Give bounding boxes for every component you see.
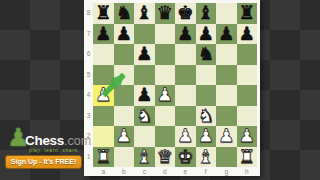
square-b5[interactable]: [114, 65, 135, 86]
chesscom-branding: ♟ Chess.com play. learn. share. Sign Up …: [4, 124, 84, 180]
white-bishop: ♝: [197, 147, 214, 168]
white-king: ♚: [177, 147, 194, 168]
square-d1[interactable]: ♛: [155, 147, 176, 168]
black-rook: ♜: [95, 3, 112, 24]
square-f3[interactable]: ♞: [196, 106, 217, 127]
brand-tagline: play. learn. share.: [29, 147, 80, 153]
white-knight: ♞: [197, 106, 214, 127]
square-e8[interactable]: ♚: [175, 3, 196, 24]
white-pawn: ♟: [177, 126, 194, 147]
square-b3[interactable]: [114, 106, 135, 127]
white-rook: ♜: [95, 147, 112, 168]
square-g7[interactable]: ♟: [216, 24, 237, 45]
rank-label-3: 3: [84, 106, 93, 127]
square-e6[interactable]: [175, 44, 196, 65]
square-d8[interactable]: ♛: [155, 3, 176, 24]
signup-button[interactable]: Sign Up - It's FREE!: [5, 155, 82, 169]
square-b1[interactable]: [114, 147, 135, 168]
brand-chess-text: Chess: [25, 133, 64, 148]
square-d3[interactable]: [155, 106, 176, 127]
square-d7[interactable]: [155, 24, 176, 45]
square-f8[interactable]: ♝: [196, 3, 217, 24]
square-h6[interactable]: [237, 44, 258, 65]
white-pawn: ♟: [238, 126, 255, 147]
square-h2[interactable]: ♟: [237, 126, 258, 147]
square-d6[interactable]: [155, 44, 176, 65]
white-pawn: ♟: [218, 126, 235, 147]
square-c7[interactable]: [134, 24, 155, 45]
rank-label-6: 6: [84, 44, 93, 65]
square-c4[interactable]: ♟: [134, 85, 155, 106]
white-pawn: ♟: [156, 85, 173, 106]
square-c8[interactable]: ♝: [134, 3, 155, 24]
square-a8[interactable]: ♜: [93, 3, 114, 24]
board-squares: ♜♞♝♛♚♝♜♟♟♟♟♟♟♟♞♟♟♟♞♞♟♟♟♟♟♜♝♛♚♝♜: [93, 3, 257, 167]
square-d4[interactable]: ♟: [155, 85, 176, 106]
square-c5[interactable]: [134, 65, 155, 86]
square-g1[interactable]: [216, 147, 237, 168]
video-frame: 87654321 ♜♞♝♛♚♝♜♟♟♟♟♟♟♟♞♟♟♟♞♞♟♟♟♟♟♜♝♛♚♝♜…: [0, 0, 320, 180]
black-pawn: ♟: [95, 24, 112, 45]
black-queen: ♛: [156, 3, 173, 24]
square-h1[interactable]: ♜: [237, 147, 258, 168]
square-b4[interactable]: [114, 85, 135, 106]
square-c1[interactable]: ♝: [134, 147, 155, 168]
white-pawn: ♟: [95, 85, 112, 106]
white-pawn: ♟: [197, 126, 214, 147]
square-a7[interactable]: ♟: [93, 24, 114, 45]
file-label-e: e: [175, 167, 196, 176]
white-rook: ♜: [238, 147, 255, 168]
file-label-b: b: [114, 167, 135, 176]
square-f6[interactable]: ♞: [196, 44, 217, 65]
square-a2[interactable]: [93, 126, 114, 147]
square-f2[interactable]: ♟: [196, 126, 217, 147]
black-pawn: ♟: [115, 24, 132, 45]
square-e2[interactable]: ♟: [175, 126, 196, 147]
square-b6[interactable]: [114, 44, 135, 65]
square-a6[interactable]: [93, 44, 114, 65]
black-knight: ♞: [197, 44, 214, 65]
square-h7[interactable]: ♟: [237, 24, 258, 45]
square-a1[interactable]: ♜: [93, 147, 114, 168]
square-b7[interactable]: ♟: [114, 24, 135, 45]
black-knight: ♞: [115, 3, 132, 24]
black-king: ♚: [177, 3, 194, 24]
white-pawn: ♟: [115, 126, 132, 147]
square-g6[interactable]: [216, 44, 237, 65]
file-labels: abcdefgh: [93, 167, 257, 176]
square-g5[interactable]: [216, 65, 237, 86]
white-bishop: ♝: [136, 147, 153, 168]
file-label-g: g: [216, 167, 237, 176]
square-f5[interactable]: [196, 65, 217, 86]
square-f7[interactable]: ♟: [196, 24, 217, 45]
brand-com-text: .com: [64, 134, 91, 148]
file-label-h: h: [237, 167, 258, 176]
square-c2[interactable]: [134, 126, 155, 147]
rank-label-4: 4: [84, 85, 93, 106]
square-f1[interactable]: ♝: [196, 147, 217, 168]
rank-label-5: 5: [84, 65, 93, 86]
file-label-d: d: [155, 167, 176, 176]
square-e7[interactable]: ♟: [175, 24, 196, 45]
square-h5[interactable]: [237, 65, 258, 86]
white-knight: ♞: [136, 106, 153, 127]
file-label-a: a: [93, 167, 114, 176]
square-f4[interactable]: [196, 85, 217, 106]
square-b2[interactable]: ♟: [114, 126, 135, 147]
square-a5[interactable]: [93, 65, 114, 86]
square-e1[interactable]: ♚: [175, 147, 196, 168]
square-h3[interactable]: [237, 106, 258, 127]
square-g4[interactable]: [216, 85, 237, 106]
file-label-c: c: [134, 167, 155, 176]
file-label-f: f: [196, 167, 217, 176]
square-h8[interactable]: ♜: [237, 3, 258, 24]
black-pawn: ♟: [238, 24, 255, 45]
black-pawn: ♟: [136, 85, 153, 106]
rank-label-7: 7: [84, 24, 93, 45]
black-pawn: ♟: [218, 24, 235, 45]
square-e3[interactable]: [175, 106, 196, 127]
square-c3[interactable]: ♞: [134, 106, 155, 127]
square-c6[interactable]: ♟: [134, 44, 155, 65]
rank-label-8: 8: [84, 3, 93, 24]
black-pawn: ♟: [136, 44, 153, 65]
square-d2[interactable]: [155, 126, 176, 147]
black-bishop: ♝: [197, 3, 214, 24]
square-g8[interactable]: [216, 3, 237, 24]
square-a4[interactable]: ♟: [93, 85, 114, 106]
rank-label-1: 1: [84, 147, 93, 168]
square-b8[interactable]: ♞: [114, 3, 135, 24]
square-d5[interactable]: [155, 65, 176, 86]
black-pawn: ♟: [197, 24, 214, 45]
black-bishop: ♝: [136, 3, 153, 24]
square-e5[interactable]: [175, 65, 196, 86]
black-rook: ♜: [238, 3, 255, 24]
chess-board: 87654321 ♜♞♝♛♚♝♜♟♟♟♟♟♟♟♞♟♟♟♞♞♟♟♟♟♟♜♝♛♚♝♜…: [84, 0, 260, 176]
black-pawn: ♟: [177, 24, 194, 45]
square-g2[interactable]: ♟: [216, 126, 237, 147]
square-h4[interactable]: [237, 85, 258, 106]
square-e4[interactable]: [175, 85, 196, 106]
square-a3[interactable]: [93, 106, 114, 127]
white-queen: ♛: [156, 147, 173, 168]
square-g3[interactable]: [216, 106, 237, 127]
